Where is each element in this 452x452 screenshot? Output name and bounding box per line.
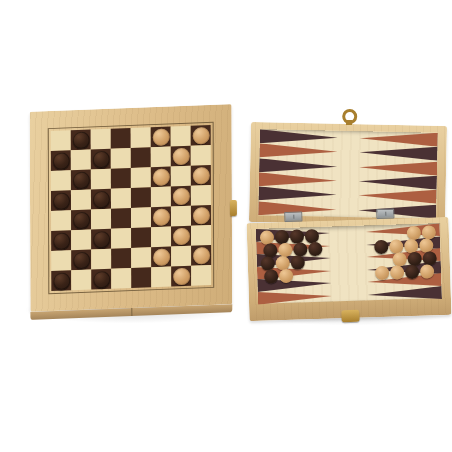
- checkers-square[interactable]: [51, 170, 71, 191]
- checkers-piece-light[interactable]: [173, 267, 190, 285]
- checkers-piece-light[interactable]: [192, 206, 209, 224]
- checkers-square[interactable]: [71, 149, 91, 170]
- checkers-piece-light[interactable]: [173, 227, 190, 245]
- checkers-square[interactable]: [51, 270, 71, 291]
- backgammon-point-rust[interactable]: [358, 188, 436, 204]
- checkers-square[interactable]: [51, 130, 71, 151]
- hinge-icon: [376, 209, 394, 220]
- checkers-square[interactable]: [191, 185, 211, 206]
- checkers-border-line: [48, 122, 214, 294]
- checkers-square[interactable]: [131, 227, 151, 248]
- checkers-square[interactable]: [191, 145, 211, 166]
- checkers-square[interactable]: [191, 265, 211, 286]
- checkers-piece-light[interactable]: [192, 166, 209, 184]
- backgammon-point-rust[interactable]: [259, 172, 337, 188]
- checkers-square[interactable]: [151, 226, 171, 247]
- checkers-square[interactable]: [71, 170, 91, 191]
- checkers-square[interactable]: [51, 250, 71, 271]
- checkers-square[interactable]: [151, 146, 171, 167]
- backgammon-checker-light[interactable]: [278, 243, 292, 257]
- checkers-square[interactable]: [151, 126, 171, 147]
- checkers-square[interactable]: [191, 165, 211, 186]
- checkers-square[interactable]: [111, 268, 131, 289]
- checkers-square[interactable]: [111, 188, 131, 209]
- checkers-piece-dark[interactable]: [52, 192, 69, 210]
- checkers-square[interactable]: [91, 149, 111, 170]
- checkers-piece-dark[interactable]: [53, 232, 70, 250]
- backgammon-lid-interior: [258, 129, 438, 219]
- checkers-square[interactable]: [171, 226, 191, 247]
- checkers-square[interactable]: [131, 247, 151, 268]
- backgammon-base[interactable]: [247, 217, 452, 321]
- checkers-square[interactable]: [151, 246, 171, 267]
- checkers-piece-dark[interactable]: [93, 230, 110, 248]
- checkers-square[interactable]: [151, 166, 171, 187]
- backgammon-checker-light[interactable]: [393, 252, 407, 266]
- checkers-piece-dark[interactable]: [72, 171, 89, 189]
- backgammon-checker-light[interactable]: [390, 265, 404, 279]
- checkers-square[interactable]: [91, 189, 111, 210]
- checkers-square[interactable]: [91, 169, 111, 190]
- fold-seam: [131, 308, 132, 316]
- checkers-piece-light[interactable]: [172, 147, 189, 165]
- product-photo-scene: [0, 0, 452, 452]
- backgammon-lid[interactable]: [249, 122, 447, 226]
- backgammon-point-dark[interactable]: [258, 186, 336, 202]
- checkers-piece-dark[interactable]: [73, 211, 90, 229]
- checkers-square[interactable]: [151, 266, 171, 287]
- checkers-square[interactable]: [91, 129, 111, 150]
- checkers-square[interactable]: [171, 206, 191, 227]
- checkers-square[interactable]: [51, 190, 71, 211]
- checkers-square[interactable]: [71, 230, 91, 251]
- checkers-piece-light[interactable]: [153, 248, 170, 266]
- checkers-square[interactable]: [171, 186, 191, 207]
- checkers-square[interactable]: [171, 266, 191, 287]
- backgammon-base-interior: [256, 223, 442, 304]
- hinge-icon: [284, 211, 302, 222]
- backgammon-point-rust[interactable]: [360, 131, 438, 147]
- checkers-square[interactable]: [51, 210, 71, 231]
- checkers-square[interactable]: [91, 249, 111, 270]
- checkers-square[interactable]: [71, 250, 91, 271]
- backgammon-checker-dark[interactable]: [291, 255, 305, 269]
- checkers-square[interactable]: [191, 205, 211, 226]
- checkers-piece-dark[interactable]: [93, 270, 110, 288]
- checkers-square[interactable]: [171, 166, 191, 187]
- checkers-square[interactable]: [111, 208, 131, 229]
- checkers-square[interactable]: [131, 207, 151, 228]
- backgammon-point-rust[interactable]: [259, 143, 337, 159]
- checkers-box[interactable]: [30, 104, 233, 320]
- backgammon-checker-dark[interactable]: [308, 242, 322, 256]
- backgammon-point-dark[interactable]: [259, 158, 337, 174]
- backgammon-checker-light[interactable]: [375, 266, 389, 280]
- checkers-square[interactable]: [91, 229, 111, 250]
- backgammon-point-rust[interactable]: [258, 290, 332, 305]
- checkers-square[interactable]: [171, 146, 191, 167]
- checkers-square[interactable]: [91, 209, 111, 230]
- checkers-piece-light[interactable]: [152, 168, 169, 186]
- checkers-square[interactable]: [171, 126, 191, 147]
- backgammon-point-dark[interactable]: [359, 145, 437, 161]
- backgammon-checker-light[interactable]: [407, 226, 421, 240]
- backgammon-point-dark[interactable]: [358, 203, 436, 219]
- checkers-square[interactable]: [71, 129, 91, 150]
- checkers-piece-light[interactable]: [192, 126, 209, 144]
- checkers-square[interactable]: [191, 225, 211, 246]
- checkers-square[interactable]: [151, 206, 171, 227]
- checkers-piece-light[interactable]: [152, 128, 169, 146]
- checkers-square[interactable]: [111, 228, 131, 249]
- checkers-square[interactable]: [131, 267, 151, 288]
- checkers-square[interactable]: [131, 147, 151, 168]
- checkers-square[interactable]: [51, 230, 71, 251]
- checkers-piece-light[interactable]: [172, 187, 189, 205]
- checkers-piece-dark[interactable]: [73, 251, 90, 269]
- checkers-field: [51, 125, 211, 291]
- checkers-square[interactable]: [71, 210, 91, 231]
- backgammon-checker-dark[interactable]: [293, 242, 307, 256]
- checkers-square[interactable]: [191, 125, 211, 146]
- checkers-clasp-icon[interactable]: [230, 200, 237, 216]
- checkers-piece-dark[interactable]: [92, 150, 109, 168]
- checkers-square[interactable]: [91, 269, 111, 290]
- checkers-square[interactable]: [71, 190, 91, 211]
- checkers-piece-dark[interactable]: [92, 190, 109, 208]
- clasp-icon[interactable]: [341, 310, 359, 323]
- checkers-square[interactable]: [131, 187, 151, 208]
- checkers-square[interactable]: [131, 127, 151, 148]
- backgammon-point-dark[interactable]: [260, 129, 338, 145]
- checkers-square[interactable]: [191, 245, 211, 266]
- backgammon-checker-dark[interactable]: [374, 240, 388, 254]
- backgammon-checker-light[interactable]: [389, 239, 403, 253]
- checkers-piece-dark[interactable]: [72, 131, 89, 149]
- backgammon-point-rust[interactable]: [359, 160, 437, 176]
- backgammon-checker-dark[interactable]: [305, 229, 319, 243]
- checkers-board: [30, 104, 233, 312]
- backgammon-point-dark[interactable]: [368, 286, 442, 301]
- checkers-piece-light[interactable]: [152, 208, 169, 226]
- checkers-square[interactable]: [111, 248, 131, 269]
- checkers-square[interactable]: [171, 246, 191, 267]
- checkers-square[interactable]: [111, 148, 131, 169]
- checkers-piece-light[interactable]: [193, 247, 210, 265]
- checkers-piece-dark[interactable]: [53, 272, 70, 290]
- backgammon-checker-dark[interactable]: [290, 229, 304, 243]
- ring-mount: [346, 120, 352, 125]
- checkers-piece-dark[interactable]: [52, 152, 69, 170]
- checkers-square[interactable]: [71, 270, 91, 291]
- checkers-square[interactable]: [131, 167, 151, 188]
- checkers-square[interactable]: [111, 128, 131, 149]
- backgammon-point-dark[interactable]: [359, 174, 437, 190]
- checkers-square[interactable]: [111, 168, 131, 189]
- checkers-square[interactable]: [151, 186, 171, 207]
- checkers-square[interactable]: [51, 150, 71, 171]
